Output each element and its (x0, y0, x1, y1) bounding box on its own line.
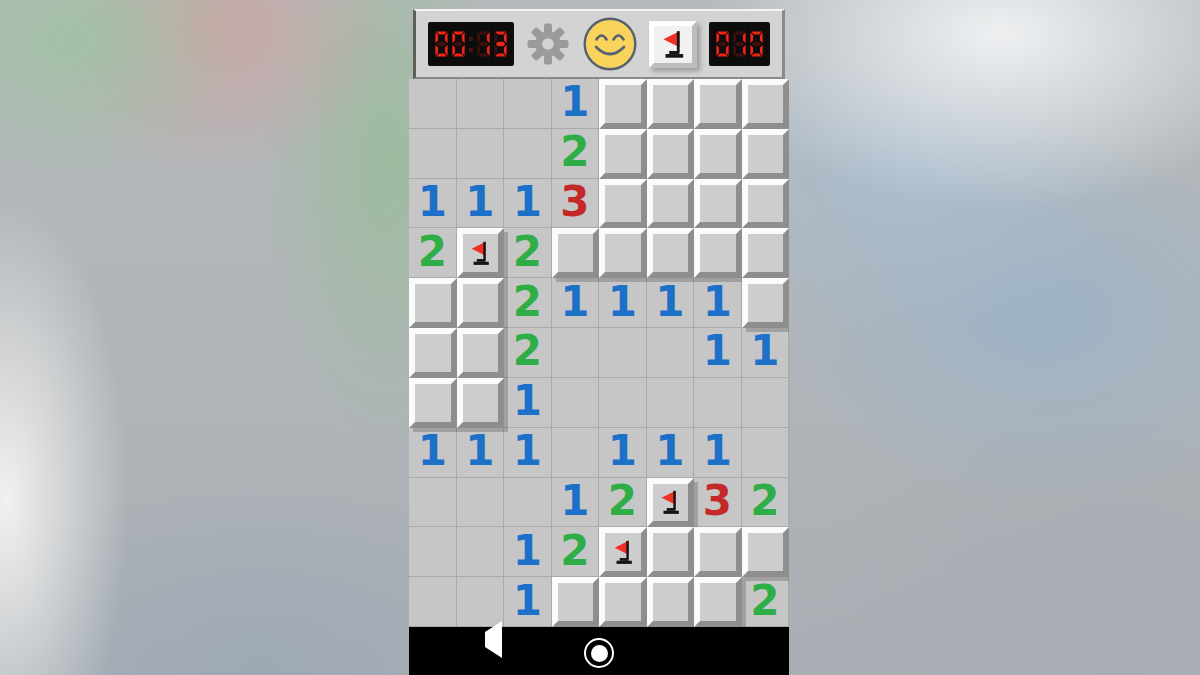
cell-r11c1-open[interactable] (409, 577, 457, 627)
flag-icon (658, 29, 688, 59)
cell-r9c4-open[interactable]: 1 (552, 478, 600, 528)
clue-number: 1 (418, 430, 447, 472)
clue-number: 1 (513, 530, 542, 572)
cell-r4c1-open[interactable]: 2 (409, 228, 457, 278)
cell-r8c6-open[interactable]: 1 (647, 428, 695, 478)
cell-r10c5-flagged[interactable] (599, 527, 647, 577)
home-circle-icon (584, 638, 614, 668)
cell-r1c5-hidden[interactable] (599, 79, 647, 129)
gear-icon (526, 54, 570, 69)
cell-r2c4-open[interactable]: 2 (552, 129, 600, 179)
cell-r2c6-hidden[interactable] (647, 129, 695, 179)
cell-r4c4-hidden[interactable] (552, 228, 600, 278)
timer-display (428, 22, 514, 66)
cell-r8c5-open[interactable]: 1 (599, 428, 647, 478)
flag-icon (467, 240, 493, 266)
cell-r1c4-open[interactable]: 1 (552, 79, 600, 129)
cell-r6c4-open[interactable] (552, 328, 600, 378)
cell-r10c3-open[interactable]: 1 (504, 527, 552, 577)
cell-r6c3-open[interactable]: 2 (504, 328, 552, 378)
clue-number: 1 (655, 281, 684, 323)
clue-number: 1 (560, 480, 589, 522)
cell-r5c1-hidden[interactable] (409, 278, 457, 328)
cell-r6c5-open[interactable] (599, 328, 647, 378)
clue-number: 2 (750, 580, 779, 622)
cell-r6c2-hidden[interactable] (457, 328, 505, 378)
clue-number: 1 (465, 181, 494, 223)
cell-r1c1-open[interactable] (409, 79, 457, 129)
cell-r7c7-open[interactable] (694, 378, 742, 428)
cell-r1c2-open[interactable] (457, 79, 505, 129)
board: 1211132221111211111111112321212 (409, 79, 789, 627)
clue-number: 1 (655, 430, 684, 472)
cell-r4c3-open[interactable]: 2 (504, 228, 552, 278)
screenshot-stage: 1211132221111211111111112321212 (0, 0, 1200, 675)
cell-r4c8-hidden[interactable] (742, 228, 790, 278)
smiley-happy-icon (582, 60, 638, 75)
cell-r3c2-open[interactable]: 1 (457, 179, 505, 229)
cell-r5c6-open[interactable]: 1 (647, 278, 695, 328)
cell-r2c8-hidden[interactable] (742, 129, 790, 179)
cell-r9c8-open[interactable]: 2 (742, 478, 790, 528)
clue-number: 1 (703, 430, 732, 472)
cell-r2c2-open[interactable] (457, 129, 505, 179)
cell-r10c4-open[interactable]: 2 (552, 527, 600, 577)
cell-r3c5-hidden[interactable] (599, 179, 647, 229)
clue-number: 1 (560, 81, 589, 123)
cell-r6c7-open[interactable]: 1 (694, 328, 742, 378)
toolbar (413, 9, 785, 79)
cell-r7c5-open[interactable] (599, 378, 647, 428)
cell-r3c4-open[interactable]: 3 (552, 179, 600, 229)
cell-r1c8-hidden[interactable] (742, 79, 790, 129)
cell-r1c7-hidden[interactable] (694, 79, 742, 129)
cell-r9c6-flagged[interactable] (647, 478, 695, 528)
cell-r3c1-open[interactable]: 1 (409, 179, 457, 229)
cell-r5c4-open[interactable]: 1 (552, 278, 600, 328)
cell-r11c3-open[interactable]: 1 (504, 577, 552, 627)
cell-r3c7-hidden[interactable] (694, 179, 742, 229)
clue-number: 2 (513, 281, 542, 323)
cell-r9c2-open[interactable] (457, 478, 505, 528)
clue-number: 1 (750, 330, 779, 372)
clue-number: 1 (513, 181, 542, 223)
cell-r10c6-hidden[interactable] (647, 527, 695, 577)
cell-r9c1-open[interactable] (409, 478, 457, 528)
mine-counter-display (709, 22, 770, 66)
settings-button[interactable] (526, 22, 570, 66)
cell-r8c4-open[interactable] (552, 428, 600, 478)
cell-r3c3-open[interactable]: 1 (504, 179, 552, 229)
clue-number: 1 (513, 380, 542, 422)
cell-r9c3-open[interactable] (504, 478, 552, 528)
smiley-button[interactable] (582, 16, 638, 72)
clue-number: 1 (513, 430, 542, 472)
cell-r8c1-open[interactable]: 1 (409, 428, 457, 478)
cell-r8c2-open[interactable]: 1 (457, 428, 505, 478)
flag-mode-toggle-button[interactable] (649, 21, 697, 68)
home-button[interactable] (584, 638, 614, 668)
cell-r7c1-hidden[interactable] (409, 378, 457, 428)
cell-r8c8-open[interactable] (742, 428, 790, 478)
cell-r11c4-hidden[interactable] (552, 577, 600, 627)
cell-r8c3-open[interactable]: 1 (504, 428, 552, 478)
clue-number: 1 (418, 181, 447, 223)
clue-number: 2 (513, 330, 542, 372)
cell-r6c6-open[interactable] (647, 328, 695, 378)
cell-r6c1-hidden[interactable] (409, 328, 457, 378)
cell-r7c4-open[interactable] (552, 378, 600, 428)
cell-r11c5-hidden[interactable] (599, 577, 647, 627)
cell-r3c6-hidden[interactable] (647, 179, 695, 229)
cell-r3c8-hidden[interactable] (742, 179, 790, 229)
cell-r2c5-hidden[interactable] (599, 129, 647, 179)
cell-r10c1-open[interactable] (409, 527, 457, 577)
cell-r10c8-hidden[interactable] (742, 527, 790, 577)
clue-number: 2 (608, 480, 637, 522)
cell-r11c2-open[interactable] (457, 577, 505, 627)
cell-r2c1-open[interactable] (409, 129, 457, 179)
cell-r7c2-hidden[interactable] (457, 378, 505, 428)
cell-r2c7-hidden[interactable] (694, 129, 742, 179)
clue-number: 1 (513, 580, 542, 622)
cell-r4c2-flagged[interactable] (457, 228, 505, 278)
cell-r5c5-open[interactable]: 1 (599, 278, 647, 328)
cell-r6c8-open[interactable]: 1 (742, 328, 790, 378)
back-triangle-icon (485, 621, 502, 658)
cell-r5c8-hidden[interactable] (742, 278, 790, 328)
cell-r11c6-hidden[interactable] (647, 577, 695, 627)
clue-number: 1 (703, 281, 732, 323)
clue-number: 2 (513, 231, 542, 273)
cell-r7c3-open[interactable]: 1 (504, 378, 552, 428)
clue-number: 3 (560, 181, 589, 223)
cell-r4c5-hidden[interactable] (599, 228, 647, 278)
cell-r5c2-hidden[interactable] (457, 278, 505, 328)
clue-number: 1 (608, 430, 637, 472)
clue-number: 2 (560, 530, 589, 572)
cell-r7c6-open[interactable] (647, 378, 695, 428)
cell-r8c7-open[interactable]: 1 (694, 428, 742, 478)
cell-r5c7-open[interactable]: 1 (694, 278, 742, 328)
clue-number: 2 (560, 131, 589, 173)
clue-number: 1 (560, 281, 589, 323)
cell-r11c8-open[interactable]: 2 (742, 577, 790, 627)
clue-number: 1 (465, 430, 494, 472)
android-navbar (409, 627, 789, 675)
flag-icon (610, 539, 636, 565)
clue-number: 2 (418, 231, 447, 273)
cell-r1c6-hidden[interactable] (647, 79, 695, 129)
clue-number: 2 (750, 480, 779, 522)
clue-number: 1 (608, 281, 637, 323)
cell-r7c8-open[interactable] (742, 378, 790, 428)
cell-r1c3-open[interactable] (504, 79, 552, 129)
clue-number: 3 (703, 480, 732, 522)
flag-icon (657, 489, 683, 515)
cell-r9c5-open[interactable]: 2 (599, 478, 647, 528)
cell-r10c7-hidden[interactable] (694, 527, 742, 577)
cell-r4c6-hidden[interactable] (647, 228, 695, 278)
cell-r11c7-hidden[interactable] (694, 577, 742, 627)
cell-r5c3-open[interactable]: 2 (504, 278, 552, 328)
cell-r9c7-open[interactable]: 3 (694, 478, 742, 528)
cell-r4c7-hidden[interactable] (694, 228, 742, 278)
cell-r10c2-open[interactable] (457, 527, 505, 577)
clue-number: 1 (703, 330, 732, 372)
cell-r2c3-open[interactable] (504, 129, 552, 179)
